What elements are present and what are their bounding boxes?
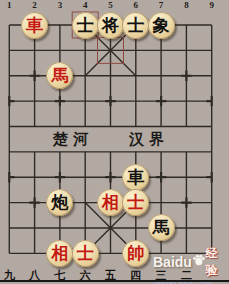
red-chariot[interactable]: 車 — [21, 12, 48, 39]
black-advisor[interactable]: 士 — [72, 12, 99, 39]
black-chariot[interactable]: 車 — [122, 164, 149, 191]
xiangqi-board-screenshot: 123456789 九八七六五四三二一 楚河 汉界 車士将士象馬車炮相士馬相士帥… — [0, 0, 229, 284]
river-label-left: 楚河 — [53, 130, 93, 149]
point-marker-icon — [9, 172, 14, 182]
baidu-watermark: Baidu 经验 jingyan.baidu.com — [153, 245, 229, 284]
black-elephant[interactable]: 象 — [148, 12, 175, 39]
red-advisor[interactable]: 士 — [72, 240, 99, 267]
bottom-border-line — [0, 280, 229, 282]
file-label-top-1: 1 — [2, 0, 16, 11]
baidu-paw-icon — [193, 254, 205, 266]
point-marker-icon — [156, 172, 166, 182]
black-horse[interactable]: 馬 — [148, 214, 175, 241]
point-marker-icon — [181, 197, 191, 207]
red-general[interactable]: 帥 — [122, 240, 149, 267]
file-label-top-6: 6 — [129, 0, 143, 11]
point-marker-icon — [55, 172, 65, 182]
point-marker-icon — [29, 71, 39, 81]
point-marker-icon — [29, 197, 39, 207]
file-label-top-2: 2 — [28, 0, 42, 11]
red-elephant[interactable]: 相 — [97, 189, 124, 216]
black-advisor[interactable]: 士 — [122, 12, 149, 39]
watermark-suffix-text: 经验 — [206, 245, 229, 279]
point-marker-icon — [181, 71, 191, 81]
file-label-top-9: 9 — [205, 0, 219, 11]
point-marker-icon — [207, 96, 212, 106]
file-label-top-7: 7 — [154, 0, 168, 11]
watermark-brand-line: Baidu 经验 — [153, 245, 229, 279]
file-label-top-8: 8 — [179, 0, 193, 11]
point-marker-icon — [105, 96, 115, 106]
point-marker-icon — [207, 172, 212, 182]
point-marker-icon — [105, 172, 115, 182]
black-general[interactable]: 将 — [97, 12, 124, 39]
file-label-top-3: 3 — [53, 0, 67, 11]
point-marker-icon — [156, 96, 166, 106]
file-label-top-4: 4 — [78, 0, 92, 11]
point-marker-icon — [9, 96, 14, 106]
watermark-brand-text: Baidu — [153, 254, 192, 270]
river-label-right: 汉界 — [129, 130, 169, 149]
point-marker-icon — [55, 96, 65, 106]
file-label-top-5: 5 — [104, 0, 118, 11]
board-grid — [0, 0, 229, 284]
